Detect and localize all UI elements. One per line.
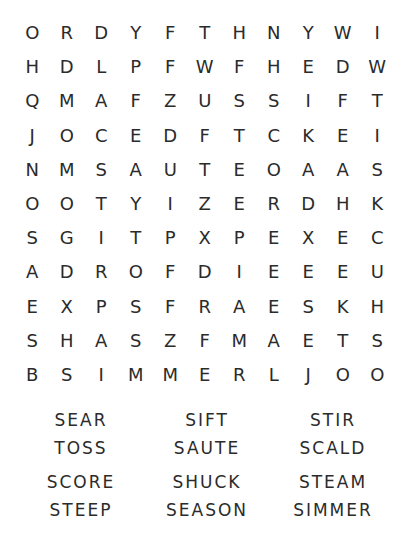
grid-cell-r2c8[interactable]: H <box>257 50 292 84</box>
grid-cell-r1c7[interactable]: H <box>222 16 257 50</box>
grid-cell-r3c9[interactable]: I <box>291 84 326 118</box>
grid-cell-r10c4[interactable]: S <box>119 324 154 358</box>
grid-cell-r11c1[interactable]: B <box>15 358 50 392</box>
grid-cell-r1c2[interactable]: R <box>50 16 85 50</box>
grid-cell-r3c4[interactable]: F <box>119 84 154 118</box>
grid-cell-r1c10[interactable]: W <box>326 16 361 50</box>
grid-cell-r7c3[interactable]: I <box>84 221 119 255</box>
grid-cell-r11c11[interactable]: O <box>360 358 395 392</box>
grid-cell-r4c6[interactable]: F <box>188 119 223 153</box>
grid-cell-r11c2[interactable]: S <box>50 358 85 392</box>
grid-cell-r1c1[interactable]: O <box>15 16 50 50</box>
grid-cell-r10c3[interactable]: A <box>84 324 119 358</box>
grid-cell-r6c8[interactable]: R <box>257 187 292 221</box>
grid-cell-r7c11[interactable]: C <box>360 221 395 255</box>
grid-cell-r6c6[interactable]: Z <box>188 187 223 221</box>
grid-cell-r3c11[interactable]: T <box>360 84 395 118</box>
grid-cell-r3c8[interactable]: S <box>257 84 292 118</box>
grid-cell-r8c3[interactable]: R <box>84 255 119 289</box>
grid-cell-r6c10[interactable]: H <box>326 187 361 221</box>
grid-cell-r11c5[interactable]: M <box>153 358 188 392</box>
grid-cell-r4c2[interactable]: O <box>50 119 85 153</box>
word-season: SEASON <box>166 496 248 524</box>
grid-cell-r9c7[interactable]: A <box>222 290 257 324</box>
grid-cell-r9c4[interactable]: S <box>119 290 154 324</box>
grid-cell-r9c6[interactable]: R <box>188 290 223 324</box>
grid-cell-r6c11[interactable]: K <box>360 187 395 221</box>
grid-cell-r2c10[interactable]: D <box>326 50 361 84</box>
grid-cell-r8c4[interactable]: O <box>119 255 154 289</box>
grid-cell-r8c11[interactable]: U <box>360 255 395 289</box>
grid-cell-r9c9[interactable]: S <box>291 290 326 324</box>
grid-cell-r7c4[interactable]: T <box>119 221 154 255</box>
grid-cell-r8c10[interactable]: E <box>326 255 361 289</box>
word-stir: STIR <box>310 406 356 434</box>
grid-cell-r5c2[interactable]: M <box>50 153 85 187</box>
grid-cell-r1c5[interactable]: F <box>153 16 188 50</box>
grid-cell-r4c11[interactable]: I <box>360 119 395 153</box>
grid-cell-r8c7[interactable]: I <box>222 255 257 289</box>
grid-cell-r7c9[interactable]: X <box>291 221 326 255</box>
grid-cell-r5c7[interactable]: E <box>222 153 257 187</box>
grid-cell-r2c5[interactable]: F <box>153 50 188 84</box>
grid-cell-r9c8[interactable]: E <box>257 290 292 324</box>
grid-cell-r8c1[interactable]: A <box>15 255 50 289</box>
word-scald: SCALD <box>300 434 367 462</box>
grid-cell-r3c5[interactable]: Z <box>153 84 188 118</box>
grid-cell-r5c6[interactable]: T <box>188 153 223 187</box>
grid-cell-r5c5[interactable]: U <box>153 153 188 187</box>
grid-cell-r1c11[interactable]: I <box>360 16 395 50</box>
grid-cell-r6c4[interactable]: Y <box>119 187 154 221</box>
word-saute: SAUTE <box>174 434 240 462</box>
grid-cell-r5c10[interactable]: A <box>326 153 361 187</box>
grid-cell-r7c5[interactable]: P <box>153 221 188 255</box>
grid-cell-r3c1[interactable]: Q <box>15 84 50 118</box>
grid-cell-r3c7[interactable]: S <box>222 84 257 118</box>
grid-cell-r7c7[interactable]: P <box>222 221 257 255</box>
grid-cell-r2c2[interactable]: D <box>50 50 85 84</box>
grid-cell-r3c3[interactable]: A <box>84 84 119 118</box>
grid-cell-r11c4[interactable]: M <box>119 358 154 392</box>
word-steam: STEAM <box>299 468 367 496</box>
grid-cell-r4c9[interactable]: K <box>291 119 326 153</box>
grid-cell-r4c5[interactable]: D <box>153 119 188 153</box>
grid-cell-r7c1[interactable]: S <box>15 221 50 255</box>
word-list: SEARTOSSSCORESTEEPSIFTSAUTESHUCKSEASONST… <box>0 406 416 524</box>
grid-cell-r8c6[interactable]: D <box>188 255 223 289</box>
grid-cell-r6c2[interactable]: O <box>50 187 85 221</box>
grid-cell-r2c9[interactable]: E <box>291 50 326 84</box>
word-sear: SEAR <box>55 406 108 434</box>
grid-cell-r8c2[interactable]: D <box>50 255 85 289</box>
grid-cell-r8c5[interactable]: F <box>153 255 188 289</box>
grid-cell-r5c3[interactable]: S <box>84 153 119 187</box>
grid-cell-r7c2[interactable]: G <box>50 221 85 255</box>
grid-cell-r6c7[interactable]: E <box>222 187 257 221</box>
grid-cell-r11c6[interactable]: E <box>188 358 223 392</box>
grid-cell-r2c1[interactable]: H <box>15 50 50 84</box>
grid-cell-r4c8[interactable]: C <box>257 119 292 153</box>
grid-cell-r9c1[interactable]: E <box>15 290 50 324</box>
grid-cell-r7c8[interactable]: E <box>257 221 292 255</box>
grid-cell-r2c6[interactable]: W <box>188 50 223 84</box>
grid-cell-r11c10[interactable]: O <box>326 358 361 392</box>
grid-cell-r11c9[interactable]: J <box>291 358 326 392</box>
grid-cell-r4c3[interactable]: C <box>84 119 119 153</box>
grid-cell-r2c11[interactable]: W <box>360 50 395 84</box>
grid-cell-r7c10[interactable]: E <box>326 221 361 255</box>
grid-cell-r9c10[interactable]: K <box>326 290 361 324</box>
word-simmer: SIMMER <box>293 496 373 524</box>
word-list-column-2: SIFTSAUTESHUCKSEASON <box>144 406 270 524</box>
grid-cell-r9c3[interactable]: P <box>84 290 119 324</box>
word-toss: TOSS <box>54 434 107 462</box>
grid-cell-r6c3[interactable]: T <box>84 187 119 221</box>
grid-cell-r4c7[interactable]: T <box>222 119 257 153</box>
grid-cell-r6c1[interactable]: O <box>15 187 50 221</box>
word-search-puzzle: ORDYFTHNYWIHDLPFWFHEDWQMAFZUSSIFTJOCEDFT… <box>0 0 416 543</box>
word-sift: SIFT <box>185 406 229 434</box>
grid-cell-r9c2[interactable]: X <box>50 290 85 324</box>
grid-cell-r11c7[interactable]: R <box>222 358 257 392</box>
grid-cell-r6c9[interactable]: D <box>291 187 326 221</box>
grid-cell-r1c8[interactable]: N <box>257 16 292 50</box>
grid-cell-r9c5[interactable]: F <box>153 290 188 324</box>
grid-cell-r8c9[interactable]: E <box>291 255 326 289</box>
grid-cell-r10c11[interactable]: S <box>360 324 395 358</box>
grid-cell-r9c11[interactable]: H <box>360 290 395 324</box>
grid-cell-r5c4[interactable]: A <box>119 153 154 187</box>
grid-cell-r2c4[interactable]: P <box>119 50 154 84</box>
grid-cell-r3c2[interactable]: M <box>50 84 85 118</box>
grid-cell-r8c8[interactable]: E <box>257 255 292 289</box>
grid-cell-r1c4[interactable]: Y <box>119 16 154 50</box>
word-list-column-3: STIRSCALDSTEAMSIMMER <box>270 406 396 524</box>
word-shuck: SHUCK <box>172 468 241 496</box>
grid-cell-r3c6[interactable]: U <box>188 84 223 118</box>
grid-cell-r4c10[interactable]: E <box>326 119 361 153</box>
grid-cell-r5c8[interactable]: O <box>257 153 292 187</box>
grid-cell-r6c5[interactable]: I <box>153 187 188 221</box>
word-list-column-1: SEARTOSSSCORESTEEP <box>18 406 144 524</box>
grid-cell-r11c3[interactable]: I <box>84 358 119 392</box>
grid-cell-r10c5[interactable]: Z <box>153 324 188 358</box>
grid-cell-r2c7[interactable]: F <box>222 50 257 84</box>
grid-cell-r3c10[interactable]: F <box>326 84 361 118</box>
grid-cell-r5c9[interactable]: A <box>291 153 326 187</box>
grid-cell-r1c3[interactable]: D <box>84 16 119 50</box>
grid-cell-r10c8[interactable]: A <box>257 324 292 358</box>
word-steep: STEEP <box>50 496 113 524</box>
grid-cell-r10c1[interactable]: S <box>15 324 50 358</box>
grid-cell-r4c4[interactable]: E <box>119 119 154 153</box>
grid-cell-r11c8[interactable]: L <box>257 358 292 392</box>
word-score: SCORE <box>47 468 116 496</box>
grid-cell-r2c3[interactable]: L <box>84 50 119 84</box>
letter-grid: ORDYFTHNYWIHDLPFWFHEDWQMAFZUSSIFTJOCEDFT… <box>15 16 395 392</box>
grid-cell-r4c1[interactable]: J <box>15 119 50 153</box>
grid-cell-r10c7[interactable]: M <box>222 324 257 358</box>
grid-cell-r7c6[interactable]: X <box>188 221 223 255</box>
grid-cell-r1c9[interactable]: Y <box>291 16 326 50</box>
grid-cell-r1c6[interactable]: T <box>188 16 223 50</box>
grid-cell-r10c2[interactable]: H <box>50 324 85 358</box>
grid-cell-r5c1[interactable]: N <box>15 153 50 187</box>
grid-cell-r10c9[interactable]: E <box>291 324 326 358</box>
grid-cell-r10c10[interactable]: T <box>326 324 361 358</box>
grid-cell-r5c11[interactable]: S <box>360 153 395 187</box>
grid-cell-r10c6[interactable]: F <box>188 324 223 358</box>
